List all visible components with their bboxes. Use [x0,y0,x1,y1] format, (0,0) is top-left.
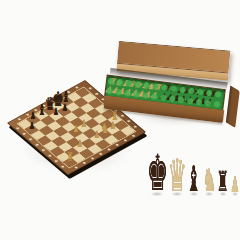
black-king-glyph: ♚ [146,154,168,193]
display-black-bishop: ♝ [187,165,201,193]
display-black-king: ♚ [147,153,167,193]
chess-set-product-photo: ♟♝♛♚♝♟♟♟♟♟♝♟♟♞♟♜ ♜♞♝♛♚♝♞♜♟♟♟♟♟♟♟♟ ♜♞♝♛♚♝… [0,0,240,240]
black-rook-glyph: ♜ [217,171,229,193]
display-white-queen: ♛ [168,157,186,193]
box-right-end [226,85,240,128]
white-knight-glyph: ♞ [202,168,216,193]
display-pieces-row: ♚♛♝♞♜♟ [147,153,240,193]
white-queen-glyph: ♛ [167,158,186,193]
black-bishop-glyph: ♝ [186,166,201,193]
display-white-knight: ♞ [202,167,216,193]
display-white-pawn: ♟ [230,175,240,193]
storage-box: ♜♞♝♛♚♝♞♜♟♟♟♟♟♟♟♟ ♜♞♝♛♚♝♞♜♟♟♟♟♟♟♟♟ [102,40,239,139]
display-black-rook: ♜ [217,170,229,193]
white-pawn-glyph: ♟ [230,176,239,193]
